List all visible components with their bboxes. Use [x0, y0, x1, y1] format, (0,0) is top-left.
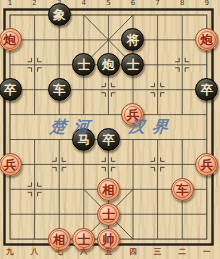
intersection — [96, 27, 121, 52]
intersection — [22, 77, 47, 102]
piece-red-elephant[interactable]: 相 — [97, 178, 120, 201]
board-intersections: 象炮将炮士炮士卒车卒兵马卒兵兵相车士相士帅 — [0, 3, 219, 252]
intersection: 卒 — [96, 127, 121, 152]
file-number-bottom: 一 — [201, 247, 213, 257]
intersection — [145, 202, 170, 227]
file-number-top: 3 — [54, 0, 64, 7]
intersection — [121, 202, 146, 227]
intersection — [0, 177, 22, 202]
intersection — [47, 27, 72, 52]
piece-black-soldier[interactable]: 卒 — [195, 78, 218, 101]
file-number-bottom: 七 — [53, 247, 65, 257]
piece-black-soldier[interactable]: 卒 — [0, 78, 22, 101]
intersection — [121, 177, 146, 202]
piece-red-soldier[interactable]: 兵 — [195, 153, 218, 176]
intersection: 士 — [71, 52, 96, 77]
river-label-right: 汉界 — [128, 117, 176, 138]
file-number-bottom: 六 — [78, 247, 90, 257]
intersection — [22, 202, 47, 227]
intersection — [194, 102, 219, 127]
intersection — [0, 202, 22, 227]
river-label-left: 楚河 — [49, 117, 97, 138]
intersection: 炮 — [96, 52, 121, 77]
intersection — [145, 177, 170, 202]
piece-red-cannon[interactable]: 炮 — [195, 28, 218, 51]
intersection: 车 — [47, 77, 72, 102]
intersection — [170, 52, 195, 77]
intersection — [96, 102, 121, 127]
intersection — [121, 77, 146, 102]
file-number-top: 9 — [202, 0, 212, 7]
intersection: 兵 — [0, 152, 22, 177]
piece-black-soldier[interactable]: 卒 — [97, 128, 120, 151]
intersection — [121, 152, 146, 177]
file-number-top: 2 — [30, 0, 40, 7]
intersection — [47, 52, 72, 77]
intersection — [22, 27, 47, 52]
piece-black-general[interactable]: 将 — [121, 28, 144, 51]
intersection — [194, 177, 219, 202]
intersection — [170, 77, 195, 102]
intersection: 炮 — [194, 27, 219, 52]
intersection — [0, 127, 22, 152]
intersection — [0, 52, 22, 77]
intersection — [22, 127, 47, 152]
intersection — [22, 177, 47, 202]
intersection: 卒 — [194, 77, 219, 102]
intersection — [194, 127, 219, 152]
intersection — [71, 77, 96, 102]
intersection — [145, 27, 170, 52]
xiangqi-board[interactable]: 象炮将炮士炮士卒车卒兵马卒兵兵相车士相士帅 123456789 九八七六五四三二… — [0, 0, 220, 259]
file-number-bottom: 九 — [4, 247, 16, 257]
piece-red-advisor[interactable]: 士 — [97, 203, 120, 226]
piece-black-cannon[interactable]: 炮 — [97, 53, 120, 76]
intersection — [145, 52, 170, 77]
intersection: 卒 — [0, 77, 22, 102]
piece-black-chariot[interactable]: 车 — [48, 78, 71, 101]
piece-red-soldier[interactable]: 兵 — [0, 153, 22, 176]
piece-black-advisor[interactable]: 士 — [72, 53, 95, 76]
file-number-top: 1 — [5, 0, 15, 7]
intersection — [96, 152, 121, 177]
intersection — [194, 202, 219, 227]
file-number-bottom: 四 — [127, 247, 139, 257]
intersection: 士 — [121, 52, 146, 77]
file-number-top: 5 — [103, 0, 113, 7]
piece-red-cannon[interactable]: 炮 — [0, 28, 22, 51]
intersection — [145, 152, 170, 177]
intersection — [194, 52, 219, 77]
intersection — [170, 202, 195, 227]
intersection — [47, 177, 72, 202]
intersection — [47, 202, 72, 227]
file-number-top: 4 — [79, 0, 89, 7]
intersection: 相 — [96, 177, 121, 202]
file-number-bottom: 五 — [102, 247, 114, 257]
piece-red-chariot[interactable]: 车 — [171, 178, 194, 201]
intersection — [0, 102, 22, 127]
file-number-bottom: 八 — [29, 247, 41, 257]
intersection — [22, 52, 47, 77]
intersection — [71, 152, 96, 177]
file-number-bottom: 二 — [176, 247, 188, 257]
intersection — [47, 152, 72, 177]
file-number-top: 6 — [128, 0, 138, 7]
file-number-top: 8 — [177, 0, 187, 7]
intersection — [145, 77, 170, 102]
intersection — [170, 27, 195, 52]
intersection — [22, 102, 47, 127]
intersection — [170, 152, 195, 177]
intersection — [71, 202, 96, 227]
intersection: 将 — [121, 27, 146, 52]
intersection — [71, 27, 96, 52]
file-number-top: 7 — [153, 0, 163, 7]
intersection: 炮 — [0, 27, 22, 52]
piece-black-advisor[interactable]: 士 — [121, 53, 144, 76]
intersection: 士 — [96, 202, 121, 227]
intersection — [22, 152, 47, 177]
intersection: 车 — [170, 177, 195, 202]
file-number-bottom: 三 — [152, 247, 164, 257]
intersection — [71, 177, 96, 202]
intersection — [96, 77, 121, 102]
intersection: 兵 — [194, 152, 219, 177]
